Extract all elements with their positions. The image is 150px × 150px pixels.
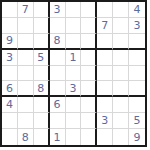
given-digit: 3 — [69, 83, 76, 94]
cell-r6c8[interactable] — [113, 81, 129, 97]
cell-r9c7[interactable] — [97, 129, 113, 145]
cell-r5c4[interactable] — [50, 66, 66, 82]
cell-r7c2[interactable] — [18, 97, 34, 113]
given-digit: 7 — [101, 20, 108, 31]
cell-r2c9[interactable]: 3 — [129, 18, 145, 34]
cell-r4c3[interactable]: 5 — [34, 50, 50, 66]
cell-r1c6[interactable] — [81, 2, 97, 18]
cell-r1c1[interactable] — [2, 2, 18, 18]
cell-r8c9[interactable]: 5 — [129, 113, 145, 129]
cell-r8c3[interactable] — [34, 113, 50, 129]
cell-r1c2[interactable]: 7 — [18, 2, 34, 18]
cell-r4c9[interactable] — [129, 50, 145, 66]
cell-r3c6[interactable] — [81, 34, 97, 50]
cell-r7c6[interactable] — [81, 97, 97, 113]
given-digit: 3 — [101, 115, 108, 126]
cell-r6c4[interactable] — [50, 81, 66, 97]
cell-r2c8[interactable] — [113, 18, 129, 34]
given-digit: 8 — [22, 132, 29, 143]
cell-r2c3[interactable] — [34, 18, 50, 34]
given-digit: 3 — [54, 4, 61, 15]
cell-r7c5[interactable] — [66, 97, 82, 113]
cell-r4c4[interactable] — [50, 50, 66, 66]
cell-r3c9[interactable] — [129, 34, 145, 50]
cell-r1c4[interactable]: 3 — [50, 2, 66, 18]
cell-r4c2[interactable] — [18, 50, 34, 66]
cell-r5c1[interactable] — [2, 66, 18, 82]
cell-r7c1[interactable]: 4 — [2, 97, 18, 113]
cell-r3c2[interactable] — [18, 34, 34, 50]
given-digit: 1 — [69, 52, 76, 63]
cell-r4c1[interactable]: 3 — [2, 50, 18, 66]
cell-r2c6[interactable] — [81, 18, 97, 34]
cell-r1c5[interactable] — [66, 2, 82, 18]
cell-r4c6[interactable] — [81, 50, 97, 66]
cell-r1c7[interactable] — [97, 2, 113, 18]
given-digit: 5 — [37, 52, 44, 63]
cell-r3c8[interactable] — [113, 34, 129, 50]
cell-r9c2[interactable]: 8 — [18, 129, 34, 145]
cell-r4c5[interactable]: 1 — [66, 50, 82, 66]
given-digit: 8 — [37, 83, 44, 94]
cell-r3c3[interactable] — [34, 34, 50, 50]
cell-r7c9[interactable] — [129, 97, 145, 113]
cell-r5c6[interactable] — [81, 66, 97, 82]
cell-r9c3[interactable] — [34, 129, 50, 145]
cell-r8c5[interactable] — [66, 113, 82, 129]
cell-r9c4[interactable]: 1 — [50, 129, 66, 145]
cell-r1c3[interactable] — [34, 2, 50, 18]
cell-r5c8[interactable] — [113, 66, 129, 82]
given-digit: 6 — [54, 99, 61, 110]
cell-r6c7[interactable] — [97, 81, 113, 97]
cell-r6c5[interactable]: 3 — [66, 81, 82, 97]
given-digit: 7 — [22, 4, 29, 15]
cell-r3c7[interactable] — [97, 34, 113, 50]
given-digit: 6 — [6, 83, 13, 94]
cell-r4c7[interactable] — [97, 50, 113, 66]
cell-r3c4[interactable]: 8 — [50, 34, 66, 50]
cell-r6c6[interactable] — [81, 81, 97, 97]
given-digit: 1 — [54, 132, 61, 143]
cell-r1c9[interactable]: 4 — [129, 2, 145, 18]
cell-r9c1[interactable] — [2, 129, 18, 145]
given-digit: 3 — [134, 20, 141, 31]
cell-r8c1[interactable] — [2, 113, 18, 129]
cell-r2c1[interactable] — [2, 18, 18, 34]
cell-r7c8[interactable] — [113, 97, 129, 113]
cell-r5c5[interactable] — [66, 66, 82, 82]
cell-r9c9[interactable]: 9 — [129, 129, 145, 145]
given-digit: 9 — [6, 35, 13, 46]
given-digit: 8 — [54, 35, 61, 46]
cell-r6c2[interactable] — [18, 81, 34, 97]
cell-r8c7[interactable]: 3 — [97, 113, 113, 129]
cell-r5c9[interactable] — [129, 66, 145, 82]
cell-r9c8[interactable] — [113, 129, 129, 145]
cell-r6c9[interactable] — [129, 81, 145, 97]
cell-r8c2[interactable] — [18, 113, 34, 129]
cell-r1c8[interactable] — [113, 2, 129, 18]
given-digit: 5 — [134, 115, 141, 126]
given-digit: 3 — [6, 52, 13, 63]
cell-r7c3[interactable] — [34, 97, 50, 113]
cell-r5c2[interactable] — [18, 66, 34, 82]
cell-r5c3[interactable] — [34, 66, 50, 82]
cell-r7c7[interactable] — [97, 97, 113, 113]
cell-r3c5[interactable] — [66, 34, 82, 50]
cell-r8c4[interactable] — [50, 113, 66, 129]
cell-r6c3[interactable]: 8 — [34, 81, 50, 97]
given-digit: 4 — [134, 4, 141, 15]
cell-r8c8[interactable] — [113, 113, 129, 129]
cell-r8c6[interactable] — [81, 113, 97, 129]
cell-r2c4[interactable] — [50, 18, 66, 34]
cell-r2c2[interactable] — [18, 18, 34, 34]
cell-r2c7[interactable]: 7 — [97, 18, 113, 34]
cell-r7c4[interactable]: 6 — [50, 97, 66, 113]
cell-r6c1[interactable]: 6 — [2, 81, 18, 97]
given-digit: 9 — [134, 132, 141, 143]
cell-r4c8[interactable] — [113, 50, 129, 66]
cell-r5c7[interactable] — [97, 66, 113, 82]
sudoku-board: 73473983516834635819 — [0, 0, 147, 147]
cell-r9c5[interactable] — [66, 129, 82, 145]
cell-r9c6[interactable] — [81, 129, 97, 145]
given-digit: 4 — [6, 99, 13, 110]
cell-r2c5[interactable] — [66, 18, 82, 34]
cell-r3c1[interactable]: 9 — [2, 34, 18, 50]
